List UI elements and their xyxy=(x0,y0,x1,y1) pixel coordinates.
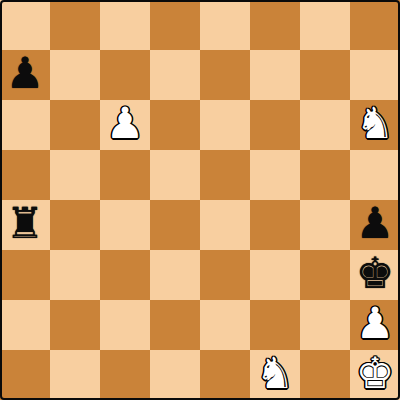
square-h1[interactable]: ♚ xyxy=(350,350,400,400)
square-a8[interactable] xyxy=(0,0,50,50)
square-h7[interactable] xyxy=(350,50,400,100)
black-pawn[interactable]: ♟ xyxy=(6,48,45,98)
square-c3[interactable] xyxy=(100,250,150,300)
square-d2[interactable] xyxy=(150,300,200,350)
square-d4[interactable] xyxy=(150,200,200,250)
square-b2[interactable] xyxy=(50,300,100,350)
white-king[interactable]: ♚ xyxy=(356,348,395,398)
square-a7[interactable]: ♟ xyxy=(0,50,50,100)
square-a3[interactable] xyxy=(0,250,50,300)
square-d5[interactable] xyxy=(150,150,200,200)
black-rook[interactable]: ♜ xyxy=(6,198,45,248)
square-c2[interactable] xyxy=(100,300,150,350)
square-g5[interactable] xyxy=(300,150,350,200)
square-h5[interactable] xyxy=(350,150,400,200)
white-pawn[interactable]: ♟ xyxy=(106,98,145,148)
square-f1[interactable]: ♞ xyxy=(250,350,300,400)
square-d1[interactable] xyxy=(150,350,200,400)
square-h4[interactable]: ♟ xyxy=(350,200,400,250)
square-a5[interactable] xyxy=(0,150,50,200)
square-a4[interactable]: ♜ xyxy=(0,200,50,250)
square-d3[interactable] xyxy=(150,250,200,300)
square-b6[interactable] xyxy=(50,100,100,150)
square-d6[interactable] xyxy=(150,100,200,150)
square-c6[interactable]: ♟ xyxy=(100,100,150,150)
square-e4[interactable] xyxy=(200,200,250,250)
square-f8[interactable] xyxy=(250,0,300,50)
square-a2[interactable] xyxy=(0,300,50,350)
square-e5[interactable] xyxy=(200,150,250,200)
white-pawn[interactable]: ♟ xyxy=(356,298,395,348)
square-g2[interactable] xyxy=(300,300,350,350)
square-c5[interactable] xyxy=(100,150,150,200)
square-f7[interactable] xyxy=(250,50,300,100)
square-c1[interactable] xyxy=(100,350,150,400)
square-f2[interactable] xyxy=(250,300,300,350)
white-knight[interactable]: ♞ xyxy=(256,348,295,398)
chess-board-container: ♟♟♞♜♟♚♟♞♚ xyxy=(0,0,400,400)
square-e3[interactable] xyxy=(200,250,250,300)
chess-board: ♟♟♞♜♟♚♟♞♚ xyxy=(0,0,400,400)
square-h8[interactable] xyxy=(350,0,400,50)
black-pawn[interactable]: ♟ xyxy=(356,198,395,248)
square-g3[interactable] xyxy=(300,250,350,300)
square-b4[interactable] xyxy=(50,200,100,250)
square-h6[interactable]: ♞ xyxy=(350,100,400,150)
square-a6[interactable] xyxy=(0,100,50,150)
square-f6[interactable] xyxy=(250,100,300,150)
square-h2[interactable]: ♟ xyxy=(350,300,400,350)
square-f4[interactable] xyxy=(250,200,300,250)
square-e2[interactable] xyxy=(200,300,250,350)
white-knight[interactable]: ♞ xyxy=(356,98,395,148)
square-g8[interactable] xyxy=(300,0,350,50)
square-c7[interactable] xyxy=(100,50,150,100)
square-b5[interactable] xyxy=(50,150,100,200)
square-f3[interactable] xyxy=(250,250,300,300)
square-b7[interactable] xyxy=(50,50,100,100)
square-e6[interactable] xyxy=(200,100,250,150)
square-b3[interactable] xyxy=(50,250,100,300)
black-king[interactable]: ♚ xyxy=(356,248,395,298)
square-g1[interactable] xyxy=(300,350,350,400)
square-g7[interactable] xyxy=(300,50,350,100)
square-c8[interactable] xyxy=(100,0,150,50)
square-g4[interactable] xyxy=(300,200,350,250)
square-g6[interactable] xyxy=(300,100,350,150)
square-b1[interactable] xyxy=(50,350,100,400)
square-e7[interactable] xyxy=(200,50,250,100)
square-e1[interactable] xyxy=(200,350,250,400)
square-a1[interactable] xyxy=(0,350,50,400)
square-d7[interactable] xyxy=(150,50,200,100)
square-d8[interactable] xyxy=(150,0,200,50)
square-c4[interactable] xyxy=(100,200,150,250)
square-f5[interactable] xyxy=(250,150,300,200)
square-e8[interactable] xyxy=(200,0,250,50)
square-b8[interactable] xyxy=(50,0,100,50)
square-h3[interactable]: ♚ xyxy=(350,250,400,300)
